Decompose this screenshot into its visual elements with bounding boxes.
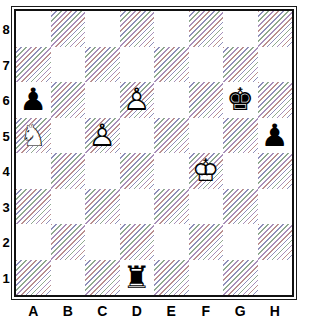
board-grid: ♟♟♙♚♞♘♟♙♟♚♔♜ (16, 11, 292, 295)
square-h6[interactable] (258, 82, 293, 118)
file-label-h: H (258, 302, 293, 320)
black-pawn-piece[interactable]: ♟ (261, 120, 289, 151)
square-d7[interactable] (120, 47, 155, 83)
square-a5[interactable]: ♞♘ (16, 118, 51, 154)
board-border: ♟♟♙♚♞♘♟♙♟♚♔♜ (14, 9, 294, 297)
white-knight-piece[interactable]: ♞♘ (19, 120, 47, 151)
square-a4[interactable] (16, 153, 51, 189)
square-d2[interactable] (120, 224, 155, 260)
white-pawn-piece[interactable]: ♟♙ (88, 120, 116, 151)
square-d1[interactable]: ♜ (120, 260, 155, 296)
square-f3[interactable] (189, 189, 224, 225)
square-h3[interactable] (258, 189, 293, 225)
square-e4[interactable] (154, 153, 189, 189)
square-g5[interactable] (223, 118, 258, 154)
square-b1[interactable] (51, 260, 86, 296)
square-c4[interactable] (85, 153, 120, 189)
file-label-d: D (120, 302, 155, 320)
square-d4[interactable] (120, 153, 155, 189)
file-label-c: C (85, 302, 120, 320)
square-g3[interactable] (223, 189, 258, 225)
black-king-glyph: ♚ (226, 81, 254, 117)
square-e5[interactable] (154, 118, 189, 154)
file-label-b: B (51, 302, 86, 320)
square-f5[interactable] (189, 118, 224, 154)
square-a2[interactable] (16, 224, 51, 260)
file-labels: ABCDEFGH (16, 302, 292, 320)
square-h5[interactable]: ♟ (258, 118, 293, 154)
square-g2[interactable] (223, 224, 258, 260)
file-label-e: E (154, 302, 189, 320)
square-f1[interactable] (189, 260, 224, 296)
file-label-a: A (16, 302, 51, 320)
square-c7[interactable] (85, 47, 120, 83)
square-d8[interactable] (120, 11, 155, 47)
square-b8[interactable] (51, 11, 86, 47)
black-rook-piece[interactable]: ♜ (123, 262, 151, 293)
square-c6[interactable] (85, 82, 120, 118)
black-rook-glyph: ♜ (123, 259, 151, 295)
square-g1[interactable] (223, 260, 258, 296)
square-f2[interactable] (189, 224, 224, 260)
square-b2[interactable] (51, 224, 86, 260)
square-c5[interactable]: ♟♙ (85, 118, 120, 154)
square-d6[interactable]: ♟♙ (120, 82, 155, 118)
square-e7[interactable] (154, 47, 189, 83)
black-pawn-glyph: ♟ (261, 117, 289, 153)
white-king-glyph: ♔ (192, 152, 220, 188)
square-c2[interactable] (85, 224, 120, 260)
square-d5[interactable] (120, 118, 155, 154)
white-knight-glyph: ♘ (19, 117, 47, 153)
square-g7[interactable] (223, 47, 258, 83)
square-a6[interactable]: ♟ (16, 82, 51, 118)
square-f6[interactable] (189, 82, 224, 118)
square-g4[interactable] (223, 153, 258, 189)
square-e2[interactable] (154, 224, 189, 260)
square-b3[interactable] (51, 189, 86, 225)
chess-diagram: 87654321 ♟♟♙♚♞♘♟♙♟♚♔♜ ABCDEFGH (0, 0, 314, 320)
square-h1[interactable] (258, 260, 293, 296)
square-c3[interactable] (85, 189, 120, 225)
square-e1[interactable] (154, 260, 189, 296)
square-a3[interactable] (16, 189, 51, 225)
white-pawn-glyph: ♙ (88, 117, 116, 153)
board-frame: ♟♟♙♚♞♘♟♙♟♚♔♜ (11, 6, 297, 300)
black-pawn-glyph: ♟ (19, 81, 47, 117)
black-pawn-piece[interactable]: ♟ (19, 84, 47, 115)
square-f8[interactable] (189, 11, 224, 47)
white-pawn-piece[interactable]: ♟♙ (123, 84, 151, 115)
square-e6[interactable] (154, 82, 189, 118)
square-f7[interactable] (189, 47, 224, 83)
square-h7[interactable] (258, 47, 293, 83)
file-label-f: F (189, 302, 224, 320)
square-f4[interactable]: ♚♔ (189, 153, 224, 189)
file-label-g: G (223, 302, 258, 320)
square-d3[interactable] (120, 189, 155, 225)
square-c8[interactable] (85, 11, 120, 47)
square-b4[interactable] (51, 153, 86, 189)
square-h2[interactable] (258, 224, 293, 260)
square-b5[interactable] (51, 118, 86, 154)
square-a8[interactable] (16, 11, 51, 47)
square-b6[interactable] (51, 82, 86, 118)
square-h4[interactable] (258, 153, 293, 189)
white-pawn-glyph: ♙ (123, 81, 151, 117)
square-a1[interactable] (16, 260, 51, 296)
black-king-piece[interactable]: ♚ (226, 84, 254, 115)
square-b7[interactable] (51, 47, 86, 83)
square-a7[interactable] (16, 47, 51, 83)
square-e8[interactable] (154, 11, 189, 47)
white-king-piece[interactable]: ♚♔ (192, 155, 220, 186)
square-g6[interactable]: ♚ (223, 82, 258, 118)
square-e3[interactable] (154, 189, 189, 225)
square-g8[interactable] (223, 11, 258, 47)
square-c1[interactable] (85, 260, 120, 296)
square-h8[interactable] (258, 11, 293, 47)
